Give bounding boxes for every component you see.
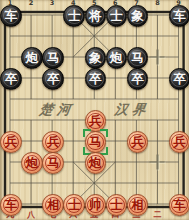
piece-glyph: 马 — [47, 157, 60, 170]
piece-black-soldier[interactable]: 卒 — [0, 68, 22, 90]
piece-red-soldier[interactable]: 兵 — [0, 131, 22, 153]
file-label-top-2: 2 — [29, 0, 34, 7]
file-label-bottom-2: 八 — [27, 211, 35, 219]
piece-glyph: 士 — [68, 199, 81, 212]
piece-red-advisor[interactable]: 士 — [106, 194, 128, 216]
cross-bar — [157, 155, 159, 170]
piece-black-elephant[interactable]: 象 — [85, 47, 107, 69]
piece-black-cannon[interactable]: 炮 — [106, 47, 128, 69]
piece-glyph: 马 — [47, 52, 60, 65]
piece-glyph: 相 — [47, 199, 60, 212]
piece-glyph: 卒 — [131, 73, 144, 86]
piece-black-horse[interactable]: 马 — [127, 47, 149, 69]
piece-glyph: 相 — [131, 199, 144, 212]
cross-marker — [149, 154, 166, 171]
piece-glyph: 兵 — [47, 136, 60, 149]
cross-marker — [149, 49, 166, 66]
piece-glyph: 兵 — [89, 115, 102, 128]
piece-black-chariot[interactable]: 车 — [169, 5, 189, 27]
piece-red-soldier[interactable]: 兵 — [169, 131, 189, 153]
piece-glyph: 士 — [110, 199, 123, 212]
piece-black-horse[interactable]: 马 — [42, 47, 64, 69]
piece-glyph: 士 — [68, 10, 81, 23]
river-label-right: 汉界 — [113, 101, 151, 119]
piece-glyph: 象 — [131, 10, 144, 23]
piece-red-cannon[interactable]: 炮 — [85, 152, 107, 174]
piece-glyph: 马 — [131, 52, 144, 65]
piece-red-chariot[interactable]: 车 — [0, 194, 22, 216]
piece-glyph: 兵 — [173, 136, 186, 149]
piece-black-soldier[interactable]: 卒 — [85, 68, 107, 90]
piece-black-soldier[interactable]: 卒 — [127, 68, 149, 90]
piece-red-horse-selected[interactable]: 马 — [85, 131, 107, 153]
piece-red-soldier[interactable]: 兵 — [85, 110, 107, 132]
piece-glyph: 炮 — [89, 157, 102, 170]
piece-glyph: 卒 — [89, 73, 102, 86]
piece-glyph: 炮 — [26, 52, 39, 65]
piece-red-advisor[interactable]: 士 — [63, 194, 85, 216]
piece-red-general[interactable]: 帅 — [85, 194, 107, 216]
piece-red-soldier[interactable]: 兵 — [42, 131, 64, 153]
piece-black-advisor[interactable]: 士 — [63, 5, 85, 27]
piece-glyph: 卒 — [5, 73, 18, 86]
piece-glyph: 兵 — [131, 136, 144, 149]
piece-black-soldier[interactable]: 卒 — [169, 68, 189, 90]
piece-black-soldier[interactable]: 卒 — [42, 68, 64, 90]
file-label-top-3: 3 — [50, 0, 55, 7]
piece-black-advisor[interactable]: 士 — [106, 5, 128, 27]
river-label-left: 楚河 — [38, 101, 76, 119]
piece-glyph: 帅 — [89, 199, 102, 212]
file-label-top-8: 8 — [155, 0, 160, 7]
piece-glyph: 炮 — [26, 157, 39, 170]
piece-glyph: 车 — [173, 10, 186, 23]
piece-red-elephant[interactable]: 相 — [127, 194, 149, 216]
piece-black-chariot[interactable]: 车 — [0, 5, 22, 27]
piece-glyph: 车 — [173, 199, 186, 212]
piece-glyph: 马 — [89, 136, 102, 149]
piece-red-cannon[interactable]: 炮 — [21, 152, 43, 174]
piece-glyph: 车 — [5, 10, 18, 23]
piece-glyph: 兵 — [5, 136, 18, 149]
piece-black-general[interactable]: 将 — [85, 5, 107, 27]
xiangqi-board-app: 楚河 汉界 123456789九八七六五四三二一 车士将士象车炮马象炮马卒卒卒卒… — [0, 0, 189, 220]
piece-glyph: 卒 — [173, 73, 186, 86]
piece-red-chariot[interactable]: 车 — [169, 194, 189, 216]
piece-red-elephant[interactable]: 相 — [42, 194, 64, 216]
piece-black-elephant[interactable]: 象 — [127, 5, 149, 27]
cross-bar — [157, 50, 159, 65]
piece-black-cannon[interactable]: 炮 — [21, 47, 43, 69]
piece-glyph: 象 — [89, 52, 102, 65]
piece-glyph: 士 — [110, 10, 123, 23]
piece-red-soldier[interactable]: 兵 — [127, 131, 149, 153]
piece-glyph: 炮 — [110, 52, 123, 65]
file-label-bottom-8: 二 — [153, 211, 161, 219]
piece-glyph: 卒 — [47, 73, 60, 86]
piece-glyph: 将 — [89, 10, 102, 23]
piece-glyph: 车 — [5, 199, 18, 212]
piece-red-horse[interactable]: 马 — [42, 152, 64, 174]
